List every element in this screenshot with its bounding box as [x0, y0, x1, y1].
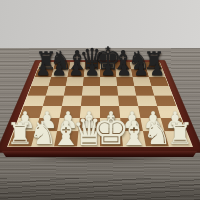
piece-black-pawn-f7: ♟ — [116, 61, 133, 78]
piece-black-rook-a8: ♜ — [34, 49, 58, 73]
piece-white-knight-g1: ♞ — [141, 117, 173, 149]
piece-white-pawn-a2: ♟ — [14, 109, 37, 132]
piece-black-bishop-c8: ♝ — [64, 47, 90, 73]
piece-white-rook-h1: ♜ — [165, 119, 195, 149]
piece-white-pawn-b2: ♟ — [36, 109, 59, 132]
piece-white-pawn-h2: ♟ — [164, 109, 187, 132]
piece-white-pawn-d2: ♟ — [78, 109, 101, 132]
piece-black-pawn-b7: ♟ — [51, 61, 68, 78]
piece-black-pawn-h7: ♟ — [149, 61, 166, 78]
piece-black-rook-h8: ♜ — [142, 49, 166, 73]
piece-white-pawn-e2: ♟ — [100, 109, 123, 132]
piece-white-queen-d1: ♛ — [70, 113, 108, 151]
piece-white-pawn-c2: ♟ — [57, 109, 80, 132]
piece-black-king-e8: ♚ — [93, 43, 124, 74]
piece-black-knight-b8: ♞ — [49, 48, 74, 73]
pieces-layer: ♜♞♝♛♚♝♞♜♟♟♟♟♟♟♟♟♟♟♟♟♟♟♟♟♜♞♝♛♚♝♞♜ — [0, 0, 200, 200]
piece-black-pawn-e7: ♟ — [100, 61, 117, 78]
chessboard-photo-scene: ♜♞♝♛♚♝♞♜♟♟♟♟♟♟♟♟♟♟♟♟♟♟♟♟♜♞♝♛♚♝♞♜ — [0, 0, 200, 200]
piece-black-pawn-d7: ♟ — [84, 61, 101, 78]
piece-black-pawn-c7: ♟ — [68, 61, 85, 78]
piece-white-king-e1: ♚ — [91, 110, 132, 151]
piece-white-bishop-f1: ♝ — [117, 116, 151, 150]
piece-black-pawn-a7: ♟ — [35, 61, 52, 78]
piece-black-knight-g8: ♞ — [127, 48, 152, 73]
piece-black-bishop-f8: ♝ — [110, 47, 136, 73]
piece-white-knight-b1: ♞ — [27, 117, 59, 149]
piece-black-queen-d8: ♛ — [78, 45, 107, 74]
piece-black-pawn-g7: ♟ — [133, 61, 150, 78]
piece-white-pawn-g2: ♟ — [142, 109, 165, 132]
piece-white-bishop-c1: ♝ — [49, 116, 83, 150]
piece-white-rook-a1: ♜ — [5, 119, 35, 149]
piece-white-pawn-f2: ♟ — [121, 109, 144, 132]
